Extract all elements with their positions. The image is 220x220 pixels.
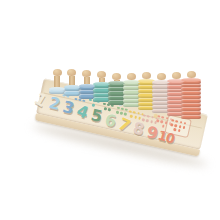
peg-stack-2[interactable] [64,69,80,96]
peg-knob [187,71,196,78]
number-tile-10[interactable]: 10 [156,128,175,145]
printed-dot [178,125,181,128]
peg-knob [157,73,166,80]
printed-dot [174,124,177,127]
peg-stack-1[interactable] [49,69,65,94]
ring-top-face [49,87,65,91]
stacking-ring[interactable] [181,115,201,119]
printed-dot [179,121,182,124]
printed-dot [121,107,124,110]
printed-dot [137,112,140,115]
printed-dot [161,116,164,119]
peg-knob [67,69,76,76]
printed-dot [175,120,178,123]
peg-stack-10[interactable] [181,71,201,118]
peg-knob [82,70,91,77]
printed-dot [178,129,181,132]
printed-dot [160,120,163,123]
peg-knob [53,69,62,76]
product-photo-counting-toy: ✽✽✽ 12345678910 [0,0,220,220]
printed-dot [147,115,150,118]
printed-dot [89,99,92,102]
printed-dot [143,114,146,117]
printed-dot [133,111,136,114]
peg-knob [127,73,136,80]
printed-dot [170,123,173,126]
peg-knob [172,72,181,79]
peg-shaft [69,76,75,85]
peg-shaft [84,77,90,84]
printed-dot [156,119,159,122]
printed-dot [183,122,186,125]
printed-dot [171,119,174,122]
peg-knob [142,72,151,79]
stacking-ring[interactable] [64,91,80,96]
printed-dot [111,105,114,108]
printed-dot [103,103,106,106]
printed-dot [183,126,186,129]
printed-dot [129,110,132,113]
peg-shaft [54,76,60,87]
peg-knob [112,73,121,80]
peg-knob [97,71,106,78]
